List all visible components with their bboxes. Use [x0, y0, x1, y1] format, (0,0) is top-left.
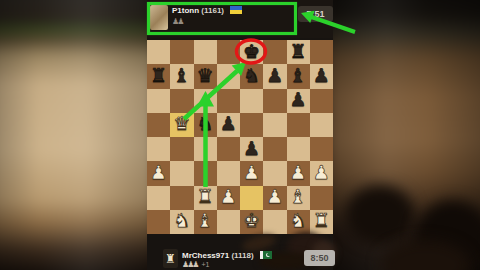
- top-player-avatar[interactable]: [150, 5, 168, 30]
- square-d6[interactable]: [217, 89, 240, 113]
- square-f6[interactable]: [263, 89, 286, 113]
- black-piece-e4: ♟: [243, 139, 260, 158]
- white-piece-e3: ♟: [243, 163, 260, 182]
- square-d4[interactable]: [217, 137, 240, 161]
- bottom-player-clock: 8:50: [304, 250, 335, 266]
- black-piece-b7: ♝: [173, 66, 190, 85]
- white-piece-c2: ♜: [197, 187, 214, 206]
- square-e5[interactable]: [240, 113, 263, 137]
- blurred-piece-shape: [345, 185, 415, 245]
- square-b2[interactable]: [170, 186, 193, 210]
- square-c8[interactable]: [194, 40, 217, 64]
- square-f3[interactable]: [263, 161, 286, 185]
- black-piece-e7: ♞: [243, 66, 260, 85]
- square-d8[interactable]: [217, 40, 240, 64]
- square-g4[interactable]: [287, 137, 310, 161]
- black-piece-c5: ♞: [197, 114, 214, 133]
- square-h1[interactable]: ♜: [310, 210, 333, 234]
- material-advantage: +1: [202, 261, 210, 268]
- square-g8[interactable]: ♜: [287, 40, 310, 64]
- square-b4[interactable]: [170, 137, 193, 161]
- square-b3[interactable]: [170, 161, 193, 185]
- square-h5[interactable]: [310, 113, 333, 137]
- square-a3[interactable]: ♟: [147, 161, 170, 185]
- square-c6[interactable]: [194, 89, 217, 113]
- square-a4[interactable]: [147, 137, 170, 161]
- white-piece-a3: ♟: [150, 163, 167, 182]
- black-piece-f7: ♟: [266, 66, 283, 85]
- square-d5[interactable]: ♟: [217, 113, 240, 137]
- white-piece-h3: ♟: [313, 163, 330, 182]
- rook-avatar-icon: ♜: [165, 252, 176, 266]
- white-piece-d2: ♟: [220, 187, 237, 206]
- square-d1[interactable]: [217, 210, 240, 234]
- square-b6[interactable]: [170, 89, 193, 113]
- square-h8[interactable]: [310, 40, 333, 64]
- top-player-clock: 7:51: [298, 6, 333, 22]
- square-g7[interactable]: ♝: [287, 64, 310, 88]
- bottom-player-name-row: MrChess971 (1118): [182, 251, 272, 260]
- black-piece-c7: ♛: [197, 66, 214, 85]
- black-piece-e8: ♚: [243, 42, 260, 61]
- square-a5[interactable]: [147, 113, 170, 137]
- square-g1[interactable]: ♞: [287, 210, 310, 234]
- white-piece-b5: ♛: [173, 114, 190, 133]
- square-e3[interactable]: ♟: [240, 161, 263, 185]
- square-b7[interactable]: ♝: [170, 64, 193, 88]
- bottom-player-avatar[interactable]: ♜: [163, 249, 178, 268]
- square-b8[interactable]: [170, 40, 193, 64]
- square-f5[interactable]: [263, 113, 286, 137]
- square-b1[interactable]: ♞: [170, 210, 193, 234]
- square-e1[interactable]: ♚: [240, 210, 263, 234]
- screen: P1tonn (1161) ♟♟ 7:51 ♚♜♜♝♛♞♟♝♟♟♛♞♟♟♟♟♟♟…: [0, 0, 480, 270]
- black-piece-g7: ♝: [290, 66, 307, 85]
- square-h3[interactable]: ♟: [310, 161, 333, 185]
- square-g2[interactable]: ♝: [287, 186, 310, 210]
- square-a8[interactable]: [147, 40, 170, 64]
- square-e6[interactable]: [240, 89, 263, 113]
- square-d2[interactable]: ♟: [217, 186, 240, 210]
- black-piece-d5: ♟: [220, 114, 237, 133]
- square-d3[interactable]: [217, 161, 240, 185]
- square-h7[interactable]: ♟: [310, 64, 333, 88]
- white-piece-h1: ♜: [313, 211, 330, 230]
- bottom-captured-pieces: ♟♟♟+1: [182, 260, 210, 269]
- white-piece-g3: ♟: [290, 163, 307, 182]
- chess-app: P1tonn (1161) ♟♟ 7:51 ♚♜♜♝♛♞♟♝♟♟♛♞♟♟♟♟♟♟…: [147, 0, 333, 270]
- square-e4[interactable]: ♟: [240, 137, 263, 161]
- square-c7[interactable]: ♛: [194, 64, 217, 88]
- top-player-name: P1tonn: [172, 6, 199, 15]
- square-e2[interactable]: [240, 186, 263, 210]
- square-g3[interactable]: ♟: [287, 161, 310, 185]
- square-h2[interactable]: [310, 186, 333, 210]
- square-f1[interactable]: [263, 210, 286, 234]
- pakistan-flag-icon: [260, 251, 272, 259]
- black-piece-a7: ♜: [150, 66, 167, 85]
- white-piece-e1: ♚: [243, 211, 260, 230]
- square-b5[interactable]: ♛: [170, 113, 193, 137]
- white-piece-g1: ♞: [290, 211, 307, 230]
- white-piece-c1: ♝: [197, 211, 214, 230]
- square-h4[interactable]: [310, 137, 333, 161]
- blurred-background-left: [0, 0, 156, 270]
- top-player-info[interactable]: P1tonn (1161) ♟♟ 7:51: [147, 0, 333, 38]
- top-captured-pieces: ♟♟: [172, 17, 182, 26]
- black-piece-h7: ♟: [313, 66, 330, 85]
- square-c5[interactable]: ♞: [194, 113, 217, 137]
- top-player-name-row: P1tonn (1161): [172, 6, 242, 15]
- square-h6[interactable]: [310, 89, 333, 113]
- black-piece-g6: ♟: [290, 90, 307, 109]
- square-f4[interactable]: [263, 137, 286, 161]
- square-e7[interactable]: ♞: [240, 64, 263, 88]
- square-f7[interactable]: ♟: [263, 64, 286, 88]
- black-piece-g8: ♜: [290, 42, 307, 61]
- square-c1[interactable]: ♝: [194, 210, 217, 234]
- square-c3[interactable]: [194, 161, 217, 185]
- square-a7[interactable]: ♜: [147, 64, 170, 88]
- square-a6[interactable]: [147, 89, 170, 113]
- square-c4[interactable]: [194, 137, 217, 161]
- square-f2[interactable]: ♟: [263, 186, 286, 210]
- white-piece-g2: ♝: [290, 187, 307, 206]
- square-g6[interactable]: ♟: [287, 89, 310, 113]
- bottom-player-name: MrChess971: [182, 251, 229, 260]
- white-piece-b1: ♞: [173, 211, 190, 230]
- square-d7[interactable]: [217, 64, 240, 88]
- square-f8[interactable]: [263, 40, 286, 64]
- square-e8[interactable]: ♚: [240, 40, 263, 64]
- square-g5[interactable]: [287, 113, 310, 137]
- chess-board[interactable]: ♚♜♜♝♛♞♟♝♟♟♛♞♟♟♟♟♟♟♜♟♟♝♞♝♚♞♜: [147, 40, 333, 234]
- square-a2[interactable]: [147, 186, 170, 210]
- square-c2[interactable]: ♜: [194, 186, 217, 210]
- white-piece-f2: ♟: [266, 187, 283, 206]
- ukraine-flag-icon: [230, 6, 242, 14]
- square-a1[interactable]: [147, 210, 170, 234]
